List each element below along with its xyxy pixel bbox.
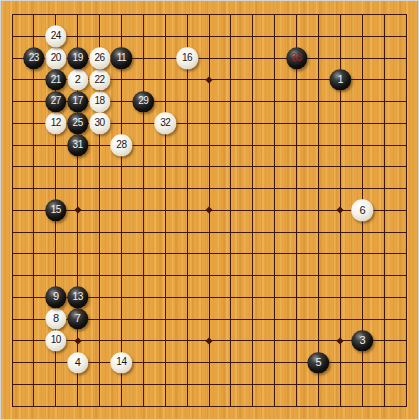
stone-white-2: 2 [67, 69, 88, 90]
stone-white-16: 16 [176, 47, 197, 68]
stone-move-number: 23 [29, 53, 39, 63]
grid-line-vertical [406, 14, 407, 406]
stone-black-13: 13 [67, 287, 88, 308]
stone-white-14: 14 [111, 352, 132, 373]
star-point [337, 337, 344, 344]
stone-move-number: 24 [51, 31, 61, 41]
stone-move-number: 33 [291, 53, 301, 63]
star-point [205, 337, 212, 344]
stone-black-21: 21 [45, 69, 66, 90]
grid-line-vertical [252, 14, 253, 406]
stone-move-number: 4 [75, 357, 81, 368]
grid-line-horizontal [12, 253, 407, 254]
stone-white-6: 6 [352, 200, 373, 221]
grid-line-vertical [384, 14, 385, 406]
stone-move-number: 3 [359, 335, 365, 346]
stone-black-3: 3 [352, 330, 373, 351]
grid-line-vertical [274, 14, 275, 406]
stone-white-28: 28 [111, 134, 132, 155]
stone-move-number: 20 [51, 53, 61, 63]
star-point [337, 207, 344, 214]
stone-white-20: 20 [45, 47, 66, 68]
stone-move-number: 32 [160, 118, 170, 128]
stone-black-27: 27 [45, 91, 66, 112]
stone-move-number: 22 [94, 75, 104, 85]
stone-white-18: 18 [89, 91, 110, 112]
stone-move-number: 12 [51, 118, 61, 128]
grid-line-horizontal [12, 384, 407, 385]
stone-white-24: 24 [45, 26, 66, 47]
grid-line-vertical [318, 14, 319, 406]
stone-move-number: 13 [73, 292, 83, 302]
stone-move-number: 16 [182, 53, 192, 63]
stone-black-11: 11 [111, 47, 132, 68]
stone-white-32: 32 [155, 113, 176, 134]
star-point [74, 207, 81, 214]
stone-move-number: 6 [359, 205, 365, 216]
stone-move-number: 31 [73, 140, 83, 150]
stone-black-25: 25 [67, 113, 88, 134]
stone-black-5: 5 [308, 352, 329, 373]
stone-black-23: 23 [23, 47, 44, 68]
star-point [205, 76, 212, 83]
go-board[interactable]: 1234567891011121314151617181920212223242… [1, 1, 418, 419]
stone-move-number: 18 [94, 97, 104, 107]
stone-black-9: 9 [45, 287, 66, 308]
stone-black-17: 17 [67, 91, 88, 112]
stone-move-number: 17 [73, 97, 83, 107]
stone-move-number: 26 [94, 53, 104, 63]
stone-black-19: 19 [67, 47, 88, 68]
stone-black-15: 15 [45, 200, 66, 221]
stone-white-12: 12 [45, 113, 66, 134]
stone-move-number: 5 [316, 357, 322, 368]
star-point [74, 337, 81, 344]
grid-line-horizontal [12, 275, 407, 276]
stone-move-number: 10 [51, 336, 61, 346]
grid-line-horizontal [12, 406, 407, 407]
stone-move-number: 27 [51, 97, 61, 107]
stone-move-number: 15 [51, 205, 61, 215]
stone-black-31: 31 [67, 134, 88, 155]
stone-black-29: 29 [133, 91, 154, 112]
go-board-frame: 1234567891011121314151617181920212223242… [0, 0, 419, 420]
stone-move-number: 28 [116, 140, 126, 150]
stone-black-1: 1 [330, 69, 351, 90]
stone-move-number: 7 [75, 314, 81, 325]
stone-move-number: 25 [73, 118, 83, 128]
stone-move-number: 8 [53, 314, 59, 325]
stone-move-number: 9 [53, 292, 59, 303]
stone-move-number: 14 [116, 358, 126, 368]
stone-black-33: 33 [286, 47, 307, 68]
stone-move-number: 1 [338, 74, 344, 85]
stone-move-number: 2 [75, 74, 81, 85]
stone-move-number: 21 [51, 75, 61, 85]
grid-line-vertical [230, 14, 231, 406]
stone-move-number: 30 [94, 118, 104, 128]
stone-move-number: 19 [73, 53, 83, 63]
stone-move-number: 29 [138, 97, 148, 107]
stone-white-30: 30 [89, 113, 110, 134]
stone-white-10: 10 [45, 330, 66, 351]
stone-white-26: 26 [89, 47, 110, 68]
stone-white-8: 8 [45, 308, 66, 329]
stone-black-7: 7 [67, 308, 88, 329]
stone-white-22: 22 [89, 69, 110, 90]
stone-move-number: 11 [117, 53, 126, 63]
grid-line-vertical [296, 14, 297, 406]
stone-white-4: 4 [67, 352, 88, 373]
star-point [205, 207, 212, 214]
grid-line-horizontal [12, 232, 407, 233]
